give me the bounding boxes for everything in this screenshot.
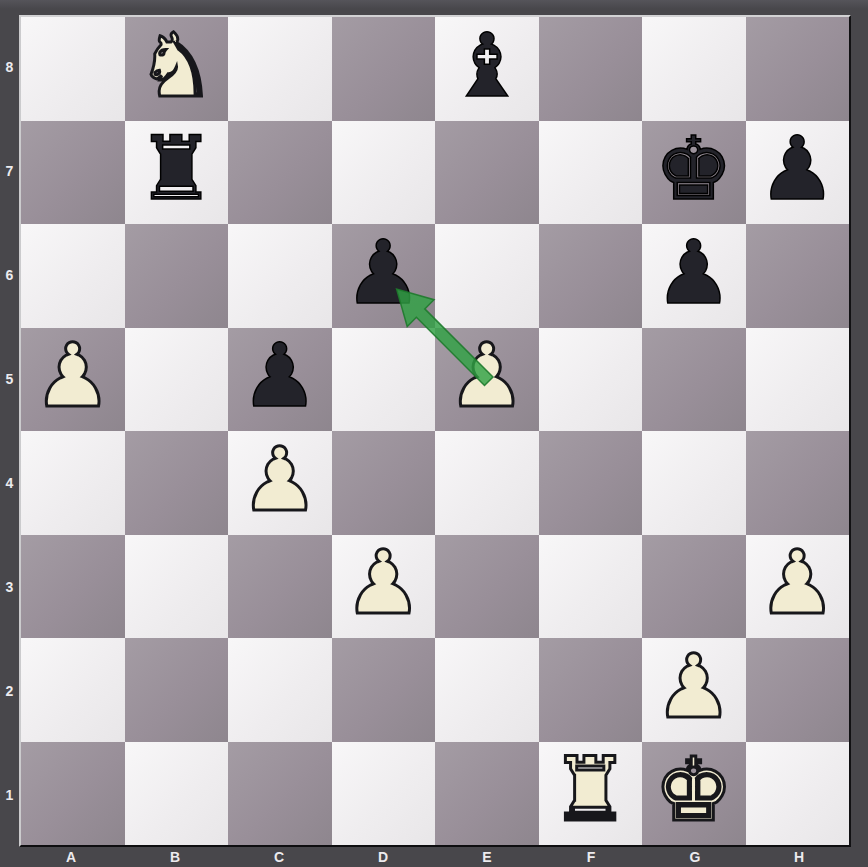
square-b7[interactable]: ♜ — [125, 121, 229, 225]
square-d8[interactable] — [332, 17, 436, 121]
square-g5[interactable] — [642, 328, 746, 432]
white-knight-b8[interactable]: ♞ — [137, 22, 216, 110]
square-f4[interactable] — [539, 431, 643, 535]
black-pawn-g6[interactable]: ♟ — [654, 229, 733, 317]
black-rook-b7[interactable]: ♜ — [137, 125, 216, 213]
square-e3[interactable] — [435, 535, 539, 639]
rank-label-2: 2 — [0, 639, 19, 743]
square-b8[interactable]: ♞ — [125, 17, 229, 121]
square-h2[interactable] — [746, 638, 850, 742]
square-h6[interactable] — [746, 224, 850, 328]
square-c1[interactable] — [228, 742, 332, 846]
file-label-h: H — [747, 849, 851, 865]
square-a3[interactable] — [21, 535, 125, 639]
white-rook-f1[interactable]: ♜ — [551, 746, 630, 834]
square-c2[interactable] — [228, 638, 332, 742]
file-label-a: A — [19, 849, 123, 865]
square-f6[interactable] — [539, 224, 643, 328]
square-b2[interactable] — [125, 638, 229, 742]
square-a2[interactable] — [21, 638, 125, 742]
white-king-g1[interactable]: ♚ — [654, 746, 733, 834]
white-pawn-d3[interactable]: ♟ — [344, 539, 423, 627]
rank-label-1: 1 — [0, 743, 19, 847]
square-f7[interactable] — [539, 121, 643, 225]
square-e5[interactable]: ♟ — [435, 328, 539, 432]
square-b5[interactable] — [125, 328, 229, 432]
rank-label-5: 5 — [0, 327, 19, 431]
square-d7[interactable] — [332, 121, 436, 225]
file-label-g: G — [643, 849, 747, 865]
square-c4[interactable]: ♟ — [228, 431, 332, 535]
square-d3[interactable]: ♟ — [332, 535, 436, 639]
square-c6[interactable] — [228, 224, 332, 328]
square-a4[interactable] — [21, 431, 125, 535]
black-pawn-d6[interactable]: ♟ — [344, 229, 423, 317]
chess-board[interactable]: ♞♝♜♚♟♟♟♟♟♟♟♟♟♟♜♚ — [19, 15, 851, 847]
square-d6[interactable]: ♟ — [332, 224, 436, 328]
rank-label-4: 4 — [0, 431, 19, 535]
square-h8[interactable] — [746, 17, 850, 121]
square-b3[interactable] — [125, 535, 229, 639]
square-c5[interactable]: ♟ — [228, 328, 332, 432]
square-d2[interactable] — [332, 638, 436, 742]
white-pawn-a5[interactable]: ♟ — [33, 332, 112, 420]
white-pawn-g2[interactable]: ♟ — [654, 643, 733, 731]
square-d4[interactable] — [332, 431, 436, 535]
white-pawn-h3[interactable]: ♟ — [758, 539, 837, 627]
rank-label-3: 3 — [0, 535, 19, 639]
square-c8[interactable] — [228, 17, 332, 121]
board-grid: ♞♝♜♚♟♟♟♟♟♟♟♟♟♟♜♚ — [21, 17, 849, 845]
black-pawn-c5[interactable]: ♟ — [240, 332, 319, 420]
chess-app-window: 87654321 ♞♝♜♚♟♟♟♟♟♟♟♟♟♟♜♚ ABCDEFGH — [0, 0, 868, 867]
square-a8[interactable] — [21, 17, 125, 121]
square-h3[interactable]: ♟ — [746, 535, 850, 639]
square-a7[interactable] — [21, 121, 125, 225]
square-e7[interactable] — [435, 121, 539, 225]
square-c3[interactable] — [228, 535, 332, 639]
black-bishop-e8[interactable]: ♝ — [447, 22, 526, 110]
square-h1[interactable] — [746, 742, 850, 846]
square-a5[interactable]: ♟ — [21, 328, 125, 432]
square-e1[interactable] — [435, 742, 539, 846]
square-f3[interactable] — [539, 535, 643, 639]
white-pawn-e5[interactable]: ♟ — [447, 332, 526, 420]
square-g3[interactable] — [642, 535, 746, 639]
square-f5[interactable] — [539, 328, 643, 432]
rank-label-6: 6 — [0, 223, 19, 327]
square-g8[interactable] — [642, 17, 746, 121]
rank-labels: 87654321 — [0, 15, 19, 847]
square-d5[interactable] — [332, 328, 436, 432]
square-g6[interactable]: ♟ — [642, 224, 746, 328]
square-h7[interactable]: ♟ — [746, 121, 850, 225]
square-b4[interactable] — [125, 431, 229, 535]
square-g4[interactable] — [642, 431, 746, 535]
square-g2[interactable]: ♟ — [642, 638, 746, 742]
square-h5[interactable] — [746, 328, 850, 432]
square-e8[interactable]: ♝ — [435, 17, 539, 121]
file-label-e: E — [435, 849, 539, 865]
square-e4[interactable] — [435, 431, 539, 535]
square-e2[interactable] — [435, 638, 539, 742]
black-king-g7[interactable]: ♚ — [654, 125, 733, 213]
rank-label-8: 8 — [0, 15, 19, 119]
square-h4[interactable] — [746, 431, 850, 535]
square-c7[interactable] — [228, 121, 332, 225]
square-f8[interactable] — [539, 17, 643, 121]
file-label-d: D — [331, 849, 435, 865]
rank-label-7: 7 — [0, 119, 19, 223]
file-label-b: B — [123, 849, 227, 865]
square-f2[interactable] — [539, 638, 643, 742]
square-a1[interactable] — [21, 742, 125, 846]
file-labels: ABCDEFGH — [19, 847, 851, 867]
square-a6[interactable] — [21, 224, 125, 328]
square-e6[interactable] — [435, 224, 539, 328]
square-d1[interactable] — [332, 742, 436, 846]
square-g1[interactable]: ♚ — [642, 742, 746, 846]
square-b1[interactable] — [125, 742, 229, 846]
square-b6[interactable] — [125, 224, 229, 328]
square-f1[interactable]: ♜ — [539, 742, 643, 846]
file-label-f: F — [539, 849, 643, 865]
white-pawn-c4[interactable]: ♟ — [240, 436, 319, 524]
square-g7[interactable]: ♚ — [642, 121, 746, 225]
file-label-c: C — [227, 849, 331, 865]
black-pawn-h7[interactable]: ♟ — [758, 125, 837, 213]
